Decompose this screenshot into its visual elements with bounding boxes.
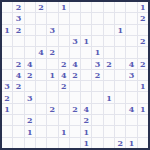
cell-r2c8[interactable]: [81, 13, 91, 23]
cell-r5c3[interactable]: [25, 47, 35, 57]
cell-r4c2[interactable]: [13, 36, 23, 46]
cell-r7c11[interactable]: [115, 70, 125, 80]
cell-r8c8[interactable]: [81, 81, 91, 91]
cell-r2c9[interactable]: [92, 13, 102, 23]
cell-r4c7-clue-3[interactable]: 3: [70, 36, 80, 46]
cell-r12c3-clue-1[interactable]: 1: [25, 126, 35, 136]
cell-r13c3[interactable]: [25, 138, 35, 148]
cell-r3c4[interactable]: [36, 25, 46, 35]
cell-r1c3[interactable]: [25, 2, 35, 12]
cell-r9c6[interactable]: [59, 92, 69, 102]
cell-r11c13[interactable]: [138, 115, 148, 125]
cell-r4c6[interactable]: [59, 36, 69, 46]
cell-r1c1[interactable]: [2, 2, 12, 12]
cell-r4c5[interactable]: [47, 36, 57, 46]
cell-r6c9-clue-3[interactable]: 3: [92, 59, 102, 69]
cell-r13c5[interactable]: [47, 138, 57, 148]
cell-r2c7[interactable]: [70, 13, 80, 23]
cell-r8c4[interactable]: [36, 81, 46, 91]
cell-r2c10[interactable]: [104, 13, 114, 23]
cell-r11c9[interactable]: [92, 115, 102, 125]
cell-r5c5-clue-2[interactable]: 2: [47, 47, 57, 57]
cell-r5c2[interactable]: [13, 47, 23, 57]
cell-r10c5-clue-2[interactable]: 2: [47, 104, 57, 114]
cell-r11c5[interactable]: [47, 115, 57, 125]
cell-r4c4[interactable]: [36, 36, 46, 46]
cell-r9c7[interactable]: [70, 92, 80, 102]
cell-r8c3[interactable]: [25, 81, 35, 91]
cell-r4c12[interactable]: [126, 36, 136, 46]
cell-r3c6[interactable]: [59, 25, 69, 35]
cell-r7c2-clue-4[interactable]: 4: [13, 70, 23, 80]
cell-r13c2[interactable]: [13, 138, 23, 148]
cell-r10c7-clue-2[interactable]: 2: [70, 104, 80, 114]
cell-r8c13-clue-1[interactable]: 1: [138, 81, 148, 91]
cell-r12c5[interactable]: [47, 126, 57, 136]
cell-r1c9[interactable]: [92, 2, 102, 12]
cell-r3c1-clue-1[interactable]: 1: [2, 25, 12, 35]
cell-r10c2[interactable]: [13, 104, 23, 114]
cell-r4c11[interactable]: [115, 36, 125, 46]
cell-r8c11[interactable]: [115, 81, 125, 91]
cell-r2c3[interactable]: [25, 13, 35, 23]
cell-r7c12-clue-3[interactable]: 3: [126, 70, 136, 80]
cell-r13c12-clue-1[interactable]: 1: [126, 138, 136, 148]
cell-r13c6[interactable]: [59, 138, 69, 148]
cell-r11c4[interactable]: [36, 115, 46, 125]
cell-r7c4[interactable]: [36, 70, 46, 80]
cell-r7c9-clue-2[interactable]: 2: [92, 70, 102, 80]
cell-r10c9[interactable]: [92, 104, 102, 114]
puzzle-board: 2211321231312421242432424214223322123112…: [0, 0, 150, 150]
cell-r12c6-clue-1[interactable]: 1: [59, 126, 69, 136]
cell-r9c4[interactable]: [36, 92, 46, 102]
cell-r1c5[interactable]: [47, 2, 57, 12]
cell-r10c8-clue-4[interactable]: 4: [81, 104, 91, 114]
cell-r3c10[interactable]: [104, 25, 114, 35]
puzzle-screenshot: 2211321231312421242432424214223322123112…: [0, 0, 150, 150]
cell-r6c13-clue-2[interactable]: 2: [138, 59, 148, 69]
cell-r7c7-clue-2[interactable]: 2: [70, 70, 80, 80]
cell-r7c10[interactable]: [104, 70, 114, 80]
cell-r12c10[interactable]: [104, 126, 114, 136]
cell-r12c4[interactable]: [36, 126, 46, 136]
cell-r11c10[interactable]: [104, 115, 114, 125]
cell-r8c2-clue-2[interactable]: 2: [13, 81, 23, 91]
cell-r2c2-clue-3[interactable]: 3: [13, 13, 23, 23]
cell-r6c6-clue-2[interactable]: 2: [59, 59, 69, 69]
cell-r7c13[interactable]: [138, 70, 148, 80]
cell-r5c9-clue-1[interactable]: 1: [92, 47, 102, 57]
cell-r9c8[interactable]: [81, 92, 91, 102]
cell-r9c3-clue-3[interactable]: 3: [25, 92, 35, 102]
cell-r11c6[interactable]: [59, 115, 69, 125]
cell-r13c8-clue-1[interactable]: 1: [81, 138, 91, 148]
cell-r12c12[interactable]: [126, 126, 136, 136]
cell-r3c7[interactable]: [70, 25, 80, 35]
cell-r1c8[interactable]: [81, 2, 91, 12]
cell-r3c13[interactable]: [138, 25, 148, 35]
cell-r13c4[interactable]: [36, 138, 46, 148]
cell-r8c5[interactable]: [47, 81, 57, 91]
cell-r12c1[interactable]: [2, 126, 12, 136]
cell-r6c7-clue-4[interactable]: 4: [70, 59, 80, 69]
cell-r13c9[interactable]: [92, 138, 102, 148]
cell-r8c1-clue-3[interactable]: 3: [2, 81, 12, 91]
cell-r13c13[interactable]: [138, 138, 148, 148]
cell-r9c12[interactable]: [126, 92, 136, 102]
cell-r1c4-clue-2[interactable]: 2: [36, 2, 46, 12]
cell-r11c3-clue-2[interactable]: 2: [25, 115, 35, 125]
cell-r12c2[interactable]: [13, 126, 23, 136]
cell-r4c9[interactable]: [92, 36, 102, 46]
cell-r5c12[interactable]: [126, 47, 136, 57]
cell-r1c10[interactable]: [104, 2, 114, 12]
cell-r9c5[interactable]: [47, 92, 57, 102]
cell-r9c9[interactable]: [92, 92, 102, 102]
cell-r2c11[interactable]: [115, 13, 125, 23]
cell-r7c8[interactable]: [81, 70, 91, 80]
cell-r9c2[interactable]: [13, 92, 23, 102]
cell-r2c4[interactable]: [36, 13, 46, 23]
cell-r8c10[interactable]: [104, 81, 114, 91]
cell-r9c10-clue-1[interactable]: 1: [104, 92, 114, 102]
cell-r3c2-clue-2[interactable]: 2: [13, 25, 23, 35]
cell-r11c1[interactable]: [2, 115, 12, 125]
cell-r10c11[interactable]: [115, 104, 125, 114]
cell-r1c12[interactable]: [126, 2, 136, 12]
cell-r5c4-clue-4[interactable]: 4: [36, 47, 46, 57]
cell-r9c11[interactable]: [115, 92, 125, 102]
cell-r2c1[interactable]: [2, 13, 12, 23]
cell-r6c11[interactable]: [115, 59, 125, 69]
cell-r7c3-clue-2[interactable]: 2: [25, 70, 35, 80]
cell-r13c10[interactable]: [104, 138, 114, 148]
cell-r8c6-clue-2[interactable]: 2: [59, 81, 69, 91]
cell-r5c13[interactable]: [138, 47, 148, 57]
cell-r12c11[interactable]: [115, 126, 125, 136]
cell-r13c11-clue-2[interactable]: 2: [115, 138, 125, 148]
cell-r11c8-clue-2[interactable]: 2: [81, 115, 91, 125]
cell-r3c8[interactable]: [81, 25, 91, 35]
cell-r13c7[interactable]: [70, 138, 80, 148]
cell-r7c6-clue-4[interactable]: 4: [59, 70, 69, 80]
cell-r6c10-clue-2[interactable]: 2: [104, 59, 114, 69]
cell-r6c8[interactable]: [81, 59, 91, 69]
cell-r3c3[interactable]: [25, 25, 35, 35]
cell-r1c2-clue-2[interactable]: 2: [13, 2, 23, 12]
cell-r4c8-clue-1[interactable]: 1: [81, 36, 91, 46]
cell-r6c2-clue-2[interactable]: 2: [13, 59, 23, 69]
cell-r7c1[interactable]: [2, 70, 12, 80]
cell-r1c11[interactable]: [115, 2, 125, 12]
cell-r4c10[interactable]: [104, 36, 114, 46]
cell-r8c12[interactable]: [126, 81, 136, 91]
cell-r5c11[interactable]: [115, 47, 125, 57]
cell-r5c7[interactable]: [70, 47, 80, 57]
cell-r2c13-clue-2[interactable]: 2: [138, 13, 148, 23]
cell-r1c13-clue-1[interactable]: 1: [138, 2, 148, 12]
cell-r8c7[interactable]: [70, 81, 80, 91]
cell-r11c11[interactable]: [115, 115, 125, 125]
cell-r10c10[interactable]: [104, 104, 114, 114]
cell-r4c3[interactable]: [25, 36, 35, 46]
cell-r9c1-clue-2[interactable]: 2: [2, 92, 12, 102]
cell-r10c12-clue-4[interactable]: 4: [126, 104, 136, 114]
cell-r11c12[interactable]: [126, 115, 136, 125]
cell-r6c1[interactable]: [2, 59, 12, 69]
cell-r2c12[interactable]: [126, 13, 136, 23]
cell-r12c7[interactable]: [70, 126, 80, 136]
cell-r10c13-clue-1[interactable]: 1: [138, 104, 148, 114]
cell-r4c13-clue-2[interactable]: 2: [138, 36, 148, 46]
cell-r11c7[interactable]: [70, 115, 80, 125]
cell-r13c1[interactable]: [2, 138, 12, 148]
cell-r6c12-clue-4[interactable]: 4: [126, 59, 136, 69]
cell-r8c9[interactable]: [92, 81, 102, 91]
cell-r10c3[interactable]: [25, 104, 35, 114]
cell-r3c9[interactable]: [92, 25, 102, 35]
cell-r9c13[interactable]: [138, 92, 148, 102]
cell-r5c10[interactable]: [104, 47, 114, 57]
cell-r10c1-clue-1[interactable]: 1: [2, 104, 12, 114]
cell-r11c2[interactable]: [13, 115, 23, 125]
cell-r10c6[interactable]: [59, 104, 69, 114]
cell-r10c4[interactable]: [36, 104, 46, 114]
cell-r6c3-clue-4[interactable]: 4: [25, 59, 35, 69]
cell-r12c8-clue-1[interactable]: 1: [81, 126, 91, 136]
cell-r1c7[interactable]: [70, 2, 80, 12]
cell-r2c6[interactable]: [59, 13, 69, 23]
cell-r3c11-clue-1[interactable]: 1: [115, 25, 125, 35]
cell-r6c4[interactable]: [36, 59, 46, 69]
cell-r3c5-clue-3[interactable]: 3: [47, 25, 57, 35]
cell-r5c6[interactable]: [59, 47, 69, 57]
cell-r1c6-clue-1[interactable]: 1: [59, 2, 69, 12]
cell-r12c13[interactable]: [138, 126, 148, 136]
cell-r4c1[interactable]: [2, 36, 12, 46]
cell-r5c8[interactable]: [81, 47, 91, 57]
cell-r5c1[interactable]: [2, 47, 12, 57]
cell-r12c9[interactable]: [92, 126, 102, 136]
cell-r7c5-clue-1[interactable]: 1: [47, 70, 57, 80]
cell-r6c5[interactable]: [47, 59, 57, 69]
cell-r3c12[interactable]: [126, 25, 136, 35]
cell-r2c5[interactable]: [47, 13, 57, 23]
